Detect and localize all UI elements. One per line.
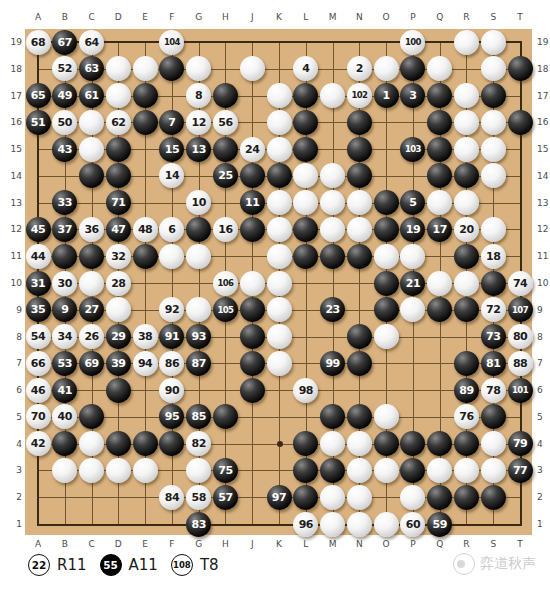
white-stone-K17 [267,83,292,108]
move-number: 107 [512,306,528,315]
row-label-left: 14 [0,172,22,181]
move-number: 81 [486,358,500,369]
move-number: 14 [165,170,179,181]
move-number: 103 [405,145,421,154]
row-label-right: 8 [537,333,550,342]
row-label-right: 12 [537,225,550,234]
white-stone-O11 [374,244,399,269]
row-label-left: 9 [0,306,22,315]
white-stone-L1: 96 [293,512,318,537]
row-label-right: 1 [537,520,550,529]
white-stone-F11 [159,244,184,269]
white-stone-C10 [79,271,104,296]
move-number: 70 [31,411,45,422]
move-number: 68 [31,37,45,48]
white-stone-K8 [267,324,292,349]
white-stone-A8: 54 [26,324,51,349]
move-number: 3 [409,90,416,101]
row-label-left: 5 [0,413,22,422]
column-label-top: H [222,13,229,22]
move-number: 16 [218,224,232,235]
move-number: 17 [433,224,447,235]
white-stone-Q3 [427,458,452,483]
move-number: 82 [192,438,206,449]
black-stone-N16 [347,110,372,135]
move-number: 60 [406,519,420,530]
white-stone-D16: 62 [106,110,131,135]
move-number: 12 [192,117,206,128]
black-stone-J8 [240,324,265,349]
move-number: 90 [165,385,179,396]
column-label-bottom: Q [436,540,443,549]
black-stone-D6 [106,378,131,403]
column-label-top: G [195,13,202,22]
black-stone-J14 [240,163,265,188]
black-stone-K2: 97 [267,485,292,510]
column-label-top: T [517,13,523,22]
move-number: 18 [486,251,500,262]
white-stone-A11: 44 [26,244,51,269]
move-number: 98 [299,385,313,396]
column-label-top: A [35,13,41,22]
column-label-top: D [115,13,122,22]
black-stone-S5 [481,404,506,429]
white-stone-J18 [240,56,265,81]
white-stone-A7: 66 [26,351,51,376]
caption-move-22-circle: 22 [28,554,50,576]
black-stone-Q12: 17 [427,217,452,242]
move-number: 29 [111,331,125,342]
white-stone-D18 [106,56,131,81]
white-stone-K11 [267,244,292,269]
black-stone-M11 [320,244,345,269]
black-stone-O13 [374,190,399,215]
black-stone-C7: 69 [79,351,104,376]
black-stone-P10: 21 [400,271,425,296]
move-number: 76 [459,411,473,422]
move-number: 105 [217,306,233,315]
white-stone-R13 [454,190,479,215]
row-label-left: 7 [0,359,22,368]
white-stone-N18: 2 [347,56,372,81]
white-stone-A4: 42 [26,431,51,456]
white-stone-Q10 [427,271,452,296]
black-stone-A16: 51 [26,110,51,135]
row-label-right: 14 [537,172,550,181]
move-number: 92 [165,304,179,315]
move-number: 85 [192,411,206,422]
move-number: 26 [84,331,98,342]
black-stone-O4 [374,431,399,456]
white-stone-R12: 20 [454,217,479,242]
move-number: 61 [84,90,98,101]
move-number: 7 [168,117,175,128]
move-number: 59 [433,519,447,530]
move-number: 57 [218,492,232,503]
column-label-top: M [329,13,337,22]
row-label-left: 8 [0,333,22,342]
move-number: 32 [111,251,125,262]
move-number: 58 [192,492,206,503]
column-label-bottom: P [410,540,415,549]
black-stone-T4: 79 [508,431,533,456]
column-label-top: L [303,13,308,22]
column-label-top: O [383,13,390,22]
move-number: 91 [165,331,179,342]
white-stone-D3 [106,458,131,483]
row-label-right: 16 [537,118,550,127]
move-number: 83 [192,519,206,530]
move-number: 11 [245,197,259,208]
white-stone-P1: 60 [400,512,425,537]
white-stone-G2: 58 [186,485,211,510]
black-stone-Q2 [427,485,452,510]
black-stone-F15: 15 [159,137,184,162]
move-number: 37 [58,224,72,235]
white-stone-N4 [347,431,372,456]
move-number: 64 [84,37,98,48]
move-number: 100 [405,38,421,47]
black-stone-C11 [79,244,104,269]
black-stone-J6 [240,378,265,403]
move-number: 1 [383,90,390,101]
move-number: 56 [218,117,232,128]
black-stone-E17 [133,83,158,108]
black-stone-H3: 75 [213,458,238,483]
watermark-text: 弈道秋声 [480,555,536,573]
column-label-bottom: M [329,540,337,549]
move-number: 21 [406,278,420,289]
white-stone-H12: 16 [213,217,238,242]
row-label-left: 1 [0,520,22,529]
black-stone-H2: 57 [213,485,238,510]
white-stone-O8 [374,324,399,349]
column-label-bottom: D [115,540,122,549]
black-stone-G7: 87 [186,351,211,376]
row-label-right: 10 [537,279,550,288]
move-number: 40 [58,411,72,422]
move-number: 52 [58,63,72,74]
move-number: 15 [165,144,179,155]
move-number: 101 [512,386,528,395]
white-stone-O18 [374,56,399,81]
black-stone-R6: 89 [454,378,479,403]
white-stone-C8: 26 [79,324,104,349]
white-stone-S4 [481,431,506,456]
caption-move-22-point: R11 [57,556,87,574]
column-label-top: K [276,13,282,22]
move-number: 71 [111,197,125,208]
white-stone-H16: 56 [213,110,238,135]
white-stone-D9 [106,297,131,322]
column-label-bottom: S [490,540,496,549]
black-stone-G15: 13 [186,137,211,162]
row-label-left: 4 [0,440,22,449]
white-stone-N13 [347,190,372,215]
column-label-bottom: J [251,540,254,549]
black-stone-A17: 65 [26,83,51,108]
caption-move-108-point: T8 [200,556,219,574]
column-label-bottom: L [303,540,308,549]
caption-move-55-point: A11 [129,556,158,574]
column-label-bottom: E [142,540,148,549]
white-stone-S3 [481,458,506,483]
column-label-top: Q [436,13,443,22]
black-stone-H17 [213,83,238,108]
column-label-top: N [356,13,363,22]
black-stone-A10: 31 [26,271,51,296]
white-stone-K10 [267,271,292,296]
black-stone-S7: 81 [481,351,506,376]
white-stone-K12 [267,217,292,242]
white-stone-G3 [186,458,211,483]
move-number: 49 [58,90,72,101]
white-stone-T7: 88 [508,351,533,376]
row-label-right: 7 [537,359,550,368]
white-stone-K7 [267,351,292,376]
white-stone-F2: 84 [159,485,184,510]
white-stone-O1 [374,512,399,537]
white-stone-C12: 36 [79,217,104,242]
black-stone-D4 [106,431,131,456]
white-stone-R10 [454,271,479,296]
column-label-bottom: K [276,540,282,549]
white-stone-N2 [347,485,372,510]
move-number: 89 [459,385,473,396]
move-number: 66 [31,358,45,369]
move-number: 20 [459,224,473,235]
white-stone-C3 [79,458,104,483]
white-stone-R17 [454,83,479,108]
move-number: 27 [84,304,98,315]
black-stone-R7 [454,351,479,376]
black-stone-J13: 11 [240,190,265,215]
move-number: 41 [58,385,72,396]
row-label-left: 11 [0,252,22,261]
column-label-top: P [410,13,415,22]
black-stone-L2 [293,485,318,510]
column-label-bottom: T [517,540,523,549]
column-label-bottom: H [222,540,229,549]
move-number: 44 [31,251,45,262]
row-label-right: 11 [537,252,550,261]
move-number: 36 [84,224,98,235]
white-stone-E18 [133,56,158,81]
row-label-left: 17 [0,92,22,101]
white-stone-J15: 24 [240,137,265,162]
row-label-left: 16 [0,118,22,127]
black-stone-M3 [320,458,345,483]
black-stone-S17 [481,83,506,108]
black-stone-N8 [347,324,372,349]
move-number: 50 [58,117,72,128]
star-point [277,441,283,447]
black-stone-G12 [186,217,211,242]
row-label-right: 19 [537,38,550,47]
row-label-right: 4 [537,440,550,449]
black-stone-H15 [213,137,238,162]
white-stone-H10: 106 [213,271,238,296]
white-stone-S18 [481,56,506,81]
white-stone-T8: 80 [508,324,533,349]
black-stone-D12: 47 [106,217,131,242]
black-stone-E4 [133,431,158,456]
white-stone-D17 [106,83,131,108]
black-stone-O10 [374,271,399,296]
black-stone-T9: 107 [508,297,533,322]
move-number: 77 [513,465,527,476]
column-label-bottom: N [356,540,363,549]
move-number: 67 [58,37,72,48]
black-stone-D7: 39 [106,351,131,376]
black-stone-P15: 103 [400,137,425,162]
move-number: 73 [486,331,500,342]
black-stone-D8: 29 [106,324,131,349]
move-number: 4 [302,63,309,74]
row-label-right: 2 [537,493,550,502]
row-label-right: 9 [537,306,550,315]
go-board: 6867641041005263426549618102135150627125… [25,29,532,535]
move-number: 94 [138,358,152,369]
row-label-right: 17 [537,92,550,101]
white-stone-P2 [400,485,425,510]
move-number: 43 [58,144,72,155]
watermark-logo-icon [453,553,475,575]
move-number: 79 [513,438,527,449]
column-label-top: R [463,13,469,22]
move-number: 87 [192,358,206,369]
black-stone-N11 [347,244,372,269]
white-stone-B10: 30 [52,271,77,296]
column-label-top: C [88,13,94,22]
move-number: 23 [325,304,339,315]
white-stone-N3 [347,458,372,483]
move-number: 97 [272,492,286,503]
white-stone-D11: 32 [106,244,131,269]
black-stone-B7: 53 [52,351,77,376]
white-stone-O5 [374,404,399,429]
move-number: 63 [84,63,98,74]
move-number: 72 [486,304,500,315]
watermark: 弈道秋声 [453,553,536,575]
white-stone-L6: 98 [293,378,318,403]
black-stone-N7 [347,351,372,376]
column-label-top: S [490,13,496,22]
move-number: 48 [138,224,152,235]
move-number: 6 [168,224,175,235]
white-stone-S9: 72 [481,297,506,322]
white-stone-S15 [481,137,506,162]
white-stone-K15 [267,137,292,162]
row-label-right: 6 [537,386,550,395]
row-label-right: 13 [537,199,550,208]
black-stone-J7 [240,351,265,376]
white-stone-R15 [454,137,479,162]
move-number: 75 [218,465,232,476]
move-number: 33 [58,197,72,208]
column-label-bottom: G [195,540,202,549]
black-stone-Q16 [427,110,452,135]
move-number: 69 [84,358,98,369]
white-stone-S11: 18 [481,244,506,269]
move-number: 84 [165,492,179,503]
black-stone-G1: 83 [186,512,211,537]
move-note-caption: 22R1155A11108T8 [28,552,225,578]
white-stone-M2 [320,485,345,510]
black-stone-M7: 99 [320,351,345,376]
white-stone-K16 [267,110,292,135]
move-number: 88 [513,358,527,369]
move-number: 65 [31,90,45,101]
black-stone-J12 [240,217,265,242]
row-label-left: 18 [0,65,22,74]
white-stone-P11 [400,244,425,269]
move-number: 30 [58,278,72,289]
column-label-bottom: F [169,540,174,549]
move-number: 102 [351,91,367,100]
white-stone-E12: 48 [133,217,158,242]
black-stone-E11 [133,244,158,269]
black-stone-R11 [454,244,479,269]
white-stone-E8: 38 [133,324,158,349]
white-stone-B16: 50 [52,110,77,135]
white-stone-T10: 74 [508,271,533,296]
move-number: 106 [217,279,233,288]
white-stone-G11 [186,244,211,269]
move-number: 34 [58,331,72,342]
move-number: 95 [165,411,179,422]
black-stone-T6: 101 [508,378,533,403]
white-stone-A6: 46 [26,378,51,403]
move-number: 45 [31,224,45,235]
white-stone-C16 [79,110,104,135]
white-stone-S14 [481,163,506,188]
white-stone-S12 [481,217,506,242]
move-number: 96 [299,519,313,530]
move-number: 54 [31,331,45,342]
caption-move-108-circle: 108 [171,554,193,576]
black-stone-L15 [293,137,318,162]
black-stone-Q15 [427,137,452,162]
black-stone-D13: 71 [106,190,131,215]
move-number: 42 [31,438,45,449]
row-label-left: 12 [0,225,22,234]
white-stone-M17 [320,83,345,108]
white-stone-M12 [320,217,345,242]
black-stone-K14 [267,163,292,188]
black-stone-O12 [374,217,399,242]
black-stone-A9: 35 [26,297,51,322]
black-stone-L11 [293,244,318,269]
move-number: 53 [58,358,72,369]
row-label-left: 6 [0,386,22,395]
black-stone-C17: 61 [79,83,104,108]
white-stone-A19: 68 [26,30,51,55]
black-stone-T16 [508,110,533,135]
move-number: 5 [409,197,416,208]
black-stone-L16 [293,110,318,135]
caption-move-55-circle: 55 [100,554,122,576]
black-stone-A12: 45 [26,217,51,242]
black-stone-R4 [454,431,479,456]
move-number: 19 [406,224,420,235]
white-stone-C19: 64 [79,30,104,55]
white-stone-G16: 12 [186,110,211,135]
column-label-bottom: O [383,540,390,549]
white-stone-A5: 70 [26,404,51,429]
black-stone-R2 [454,485,479,510]
white-stone-N1 [347,512,372,537]
